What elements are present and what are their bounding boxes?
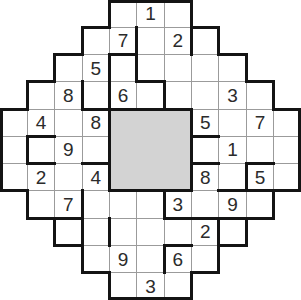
cell-r9c7[interactable]: [164, 218, 191, 245]
cell-r7c9[interactable]: [219, 164, 246, 191]
cell-r4c7[interactable]: [164, 82, 191, 109]
cell-r10c4[interactable]: [82, 245, 109, 272]
cell-r7c10[interactable]: 5: [246, 164, 273, 191]
cell-r9c3[interactable]: [55, 218, 82, 245]
cell-r7c4[interactable]: 4: [82, 164, 109, 191]
cell-r5c2[interactable]: 4: [27, 109, 54, 136]
given-digit: 8: [90, 113, 101, 132]
cell-r8c3[interactable]: 7: [55, 191, 82, 218]
cell-r10c7[interactable]: 6: [164, 245, 191, 272]
cell-r3c9[interactable]: [219, 55, 246, 82]
given-digit: 3: [227, 86, 238, 105]
cell-r8c2[interactable]: [27, 191, 54, 218]
cell-r8c6[interactable]: [137, 191, 164, 218]
given-digit: 4: [90, 168, 101, 187]
cell-r10c8[interactable]: [192, 245, 219, 272]
cell-r1c5[interactable]: [109, 0, 136, 27]
cell-r9c6[interactable]: [137, 218, 164, 245]
cell-r3c7[interactable]: [164, 55, 191, 82]
given-digit: 1: [145, 4, 156, 23]
cell-r9c8[interactable]: 2: [192, 218, 219, 245]
given-digit: 2: [200, 222, 211, 241]
cell-r6c3[interactable]: 9: [55, 136, 82, 163]
given-digit: 5: [255, 168, 266, 187]
cell-r2c7[interactable]: 2: [164, 27, 191, 54]
given-digit: 6: [118, 86, 129, 105]
cell-r7c3[interactable]: [55, 164, 82, 191]
cell-r5c8[interactable]: 5: [192, 109, 219, 136]
given-digit: 9: [63, 140, 74, 159]
cell-r4c5[interactable]: 6: [109, 82, 136, 109]
cell-r6c4[interactable]: [82, 136, 109, 163]
cell-r4c4[interactable]: [82, 82, 109, 109]
cell-r6c11[interactable]: [274, 136, 301, 163]
cell-r5c11[interactable]: [274, 109, 301, 136]
cell-r2c6[interactable]: [137, 27, 164, 54]
cell-r6c9[interactable]: 1: [219, 136, 246, 163]
given-digit: 6: [173, 250, 184, 269]
cell-r8c4[interactable]: [82, 191, 109, 218]
cell-r7c2[interactable]: 2: [27, 164, 54, 191]
given-digit: 7: [255, 113, 266, 132]
cell-r6c10[interactable]: [246, 136, 273, 163]
cell-r11c7[interactable]: [164, 273, 191, 300]
given-digit: 9: [118, 250, 129, 269]
cell-r4c2[interactable]: [27, 82, 54, 109]
cell-r4c9[interactable]: 3: [219, 82, 246, 109]
given-digit: 4: [36, 113, 47, 132]
cell-r2c5[interactable]: 7: [109, 27, 136, 54]
cell-r8c7[interactable]: 3: [164, 191, 191, 218]
cell-r7c11[interactable]: [274, 164, 301, 191]
puzzle-board: 172586348579124857392963: [0, 0, 301, 300]
cell-r10c6[interactable]: [137, 245, 164, 272]
given-digit: 9: [227, 195, 238, 214]
cell-r9c5[interactable]: [109, 218, 136, 245]
cell-r6c1[interactable]: [0, 136, 27, 163]
given-digit: 3: [173, 195, 184, 214]
cell-r8c10[interactable]: [246, 191, 273, 218]
blocked-center: [109, 109, 191, 191]
given-digit: 2: [173, 31, 184, 50]
cell-r3c4[interactable]: 5: [82, 55, 109, 82]
given-digit: 5: [90, 59, 101, 78]
given-digit: 3: [145, 277, 156, 296]
cell-r8c8[interactable]: [192, 191, 219, 218]
cell-r5c3[interactable]: [55, 109, 82, 136]
cell-r2c4[interactable]: [82, 27, 109, 54]
given-digit: 8: [200, 168, 211, 187]
cell-r6c8[interactable]: [192, 136, 219, 163]
cell-r8c5[interactable]: [109, 191, 136, 218]
cell-r4c6[interactable]: [137, 82, 164, 109]
cell-r7c8[interactable]: 8: [192, 164, 219, 191]
cell-r3c3[interactable]: [55, 55, 82, 82]
given-digit: 8: [63, 86, 74, 105]
cell-r6c2[interactable]: [27, 136, 54, 163]
cell-r8c9[interactable]: 9: [219, 191, 246, 218]
cell-r5c4[interactable]: 8: [82, 109, 109, 136]
given-digit: 2: [36, 168, 47, 187]
cell-r11c5[interactable]: [109, 273, 136, 300]
cell-r4c3[interactable]: 8: [55, 82, 82, 109]
given-digit: 5: [200, 113, 211, 132]
cell-r5c10[interactable]: 7: [246, 109, 273, 136]
cell-r1c6[interactable]: 1: [137, 0, 164, 27]
cell-r2c8[interactable]: [192, 27, 219, 54]
cell-r10c5[interactable]: 9: [109, 245, 136, 272]
cell-r7c1[interactable]: [0, 164, 27, 191]
cell-r3c6[interactable]: [137, 55, 164, 82]
cell-r9c9[interactable]: [219, 218, 246, 245]
cell-r5c9[interactable]: [219, 109, 246, 136]
cell-r11c6[interactable]: 3: [137, 273, 164, 300]
cell-r4c10[interactable]: [246, 82, 273, 109]
cell-r3c8[interactable]: [192, 55, 219, 82]
cell-r1c7[interactable]: [164, 0, 191, 27]
given-digit: 1: [227, 140, 238, 159]
cell-r5c1[interactable]: [0, 109, 27, 136]
cell-r3c5[interactable]: [109, 55, 136, 82]
given-digit: 7: [63, 195, 74, 214]
cell-r4c8[interactable]: [192, 82, 219, 109]
cell-r9c4[interactable]: [82, 218, 109, 245]
given-digit: 7: [118, 31, 129, 50]
